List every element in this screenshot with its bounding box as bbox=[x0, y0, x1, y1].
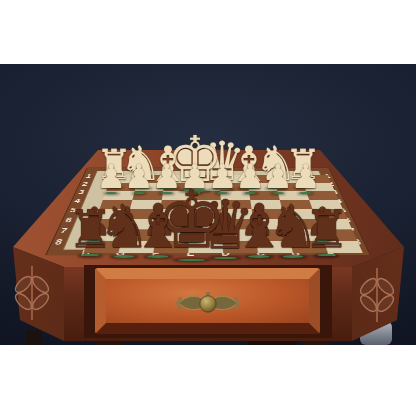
piece-glyph: ♜ bbox=[65, 204, 117, 256]
felt-base bbox=[82, 254, 100, 257]
piece-glyph: ♟ bbox=[95, 160, 128, 193]
piece-white-pawn-h2[interactable]: ♟ bbox=[95, 160, 128, 193]
piece-black-rook-h8[interactable]: ♜ bbox=[65, 204, 117, 256]
felt-base bbox=[114, 255, 134, 258]
photograph: HGFEDCBA HGFEDCBA 12345678 12345678 ♜♞♝♛… bbox=[0, 64, 416, 345]
pieces-layer: ♜♞♝♛♚♝♞♜♟♟♟♟♟♟♟♟♟♟♟♟♟♟♟♟♜♞♝♛♚♝♞♜ bbox=[0, 64, 416, 345]
photo-canvas: HGFEDCBA HGFEDCBA 12345678 12345678 ♜♞♝♛… bbox=[0, 0, 416, 416]
